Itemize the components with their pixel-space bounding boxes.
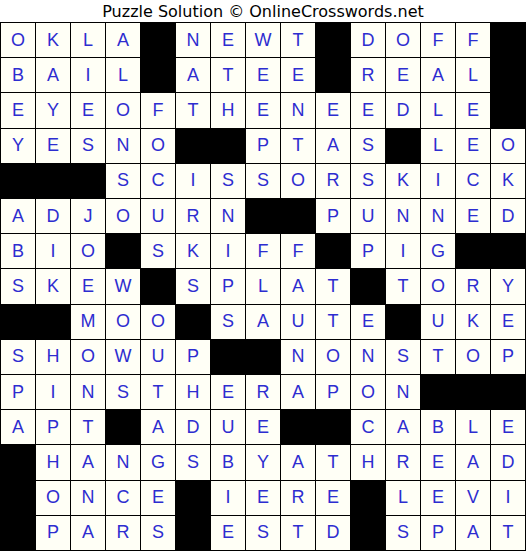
cell-r10c14: O <box>456 340 490 374</box>
cell-r7c3: O <box>71 234 105 268</box>
cell-r8c15: Y <box>491 269 525 303</box>
cell-r14c7: I <box>211 481 245 515</box>
cell-r7c12: I <box>386 234 420 268</box>
cell-r1c3: L <box>71 23 105 57</box>
cell-r4c13: L <box>421 129 455 163</box>
block-r6c8 <box>246 199 280 233</box>
cell-r11c5: T <box>141 375 175 409</box>
cell-r3c7: H <box>211 93 245 127</box>
cell-r12c13: B <box>421 410 455 444</box>
cell-r13c14: A <box>456 445 490 479</box>
cell-r14c14: V <box>456 481 490 515</box>
cell-r6c13: N <box>421 199 455 233</box>
cell-r6c5: U <box>141 199 175 233</box>
cell-r10c11: N <box>351 340 385 374</box>
cell-r6c14: E <box>456 199 490 233</box>
block-r2c5 <box>141 58 175 92</box>
cell-r15c15: T <box>491 516 525 550</box>
cell-r6c7: N <box>211 199 245 233</box>
cell-r4c8: P <box>246 129 280 163</box>
cell-r9c3: M <box>71 305 105 339</box>
block-r13c1 <box>1 445 35 479</box>
cell-r15c12: S <box>386 516 420 550</box>
cell-r11c9: A <box>281 375 315 409</box>
block-r5c1 <box>1 164 35 198</box>
cell-r15c7: E <box>211 516 245 550</box>
cell-r13c4: N <box>106 445 140 479</box>
cell-r8c4: W <box>106 269 140 303</box>
block-r6c9 <box>281 199 315 233</box>
cell-r8c13: O <box>421 269 455 303</box>
cell-r3c2: Y <box>36 93 70 127</box>
cell-r12c12: A <box>386 410 420 444</box>
cell-r4c3: S <box>71 129 105 163</box>
cell-r10c12: S <box>386 340 420 374</box>
cell-r13c15: D <box>491 445 525 479</box>
block-r11c14 <box>456 375 490 409</box>
cell-r7c11: P <box>351 234 385 268</box>
cell-r14c4: C <box>106 481 140 515</box>
cell-r12c1: A <box>1 410 35 444</box>
cell-r10c15: P <box>491 340 525 374</box>
cell-r5c6: I <box>176 164 210 198</box>
cell-r3c3: E <box>71 93 105 127</box>
cell-r8c7: P <box>211 269 245 303</box>
cell-r9c7: S <box>211 305 245 339</box>
block-r12c9 <box>281 410 315 444</box>
cell-r1c9: T <box>281 23 315 57</box>
cell-r11c6: H <box>176 375 210 409</box>
cell-r8c9: A <box>281 269 315 303</box>
block-r4c12 <box>386 129 420 163</box>
cell-r11c8: R <box>246 375 280 409</box>
cell-r9c9: U <box>281 305 315 339</box>
cell-r12c11: C <box>351 410 385 444</box>
cell-r4c14: E <box>456 129 490 163</box>
cell-r6c12: N <box>386 199 420 233</box>
cell-r14c2: O <box>36 481 70 515</box>
cell-r14c3: N <box>71 481 105 515</box>
cell-r13c13: E <box>421 445 455 479</box>
cell-r9c10: T <box>316 305 350 339</box>
cell-r12c7: U <box>211 410 245 444</box>
cell-r2c11: R <box>351 58 385 92</box>
block-r15c1 <box>1 516 35 550</box>
cell-r13c2: H <box>36 445 70 479</box>
cell-r3c5: F <box>141 93 175 127</box>
cell-r12c5: A <box>141 410 175 444</box>
cell-r15c14: A <box>456 516 490 550</box>
cell-r5c13: I <box>421 164 455 198</box>
cell-r7c6: K <box>176 234 210 268</box>
cell-r4c4: N <box>106 129 140 163</box>
cell-r8c2: K <box>36 269 70 303</box>
cell-r2c8: E <box>246 58 280 92</box>
cell-r6c4: O <box>106 199 140 233</box>
cell-r15c10: D <box>316 516 350 550</box>
cell-r1c4: A <box>106 23 140 57</box>
cell-r13c10: T <box>316 445 350 479</box>
cell-r4c2: E <box>36 129 70 163</box>
block-r1c15 <box>491 23 525 57</box>
cell-r4c5: O <box>141 129 175 163</box>
cell-r13c3: A <box>71 445 105 479</box>
block-r8c11 <box>351 269 385 303</box>
cell-r6c11: U <box>351 199 385 233</box>
cell-r6c6: R <box>176 199 210 233</box>
block-r9c2 <box>36 305 70 339</box>
cell-r2c13: A <box>421 58 455 92</box>
cell-r8c6: S <box>176 269 210 303</box>
block-r10c7 <box>211 340 245 374</box>
block-r14c1 <box>1 481 35 515</box>
cell-r3c4: O <box>106 93 140 127</box>
cell-r7c1: B <box>1 234 35 268</box>
cell-r12c2: P <box>36 410 70 444</box>
cell-r7c13: G <box>421 234 455 268</box>
cell-r10c9: N <box>281 340 315 374</box>
block-r14c6 <box>176 481 210 515</box>
cell-r5c9: O <box>281 164 315 198</box>
cell-r10c10: O <box>316 340 350 374</box>
cell-r14c13: E <box>421 481 455 515</box>
cell-r12c8: E <box>246 410 280 444</box>
cell-r11c12: N <box>386 375 420 409</box>
cell-r10c5: U <box>141 340 175 374</box>
crossword-solution-page: Puzzle Solution © OnlineCrosswords.net O… <box>0 0 526 551</box>
cell-r10c4: W <box>106 340 140 374</box>
cell-r12c14: L <box>456 410 490 444</box>
block-r11c13 <box>421 375 455 409</box>
cell-r1c8: W <box>246 23 280 57</box>
block-r5c3 <box>71 164 105 198</box>
cell-r5c10: R <box>316 164 350 198</box>
block-r7c14 <box>456 234 490 268</box>
cell-r3c10: E <box>316 93 350 127</box>
cell-r7c5: S <box>141 234 175 268</box>
cell-r1c7: E <box>211 23 245 57</box>
cell-r7c9: F <box>281 234 315 268</box>
cell-r15c3: A <box>71 516 105 550</box>
block-r7c4 <box>106 234 140 268</box>
cell-r10c6: P <box>176 340 210 374</box>
cell-r2c2: A <box>36 58 70 92</box>
cell-r3c12: D <box>386 93 420 127</box>
cell-r7c8: F <box>246 234 280 268</box>
cell-r14c15: I <box>491 481 525 515</box>
cell-r5c7: S <box>211 164 245 198</box>
cell-r15c4: R <box>106 516 140 550</box>
cell-r15c9: T <box>281 516 315 550</box>
cell-r12c3: T <box>71 410 105 444</box>
cell-r4c10: A <box>316 129 350 163</box>
cell-r5c8: S <box>246 164 280 198</box>
block-r12c10 <box>316 410 350 444</box>
cell-r4c15: O <box>491 129 525 163</box>
cell-r3c9: N <box>281 93 315 127</box>
block-r9c1 <box>1 305 35 339</box>
cell-r11c10: P <box>316 375 350 409</box>
cell-r9c4: O <box>106 305 140 339</box>
cell-r3c6: T <box>176 93 210 127</box>
block-r11c15 <box>491 375 525 409</box>
cell-r13c7: B <box>211 445 245 479</box>
cell-r1c11: D <box>351 23 385 57</box>
block-r12c4 <box>106 410 140 444</box>
cell-r5c15: K <box>491 164 525 198</box>
cell-r8c3: E <box>71 269 105 303</box>
cell-r14c12: L <box>386 481 420 515</box>
block-r4c6 <box>176 129 210 163</box>
cell-r5c5: C <box>141 164 175 198</box>
cell-r4c9: T <box>281 129 315 163</box>
block-r3c15 <box>491 93 525 127</box>
cell-r12c6: D <box>176 410 210 444</box>
cell-r14c5: E <box>141 481 175 515</box>
block-r4c7 <box>211 129 245 163</box>
cell-r13c11: H <box>351 445 385 479</box>
cell-r5c11: S <box>351 164 385 198</box>
block-r2c10 <box>316 58 350 92</box>
cell-r12c15: E <box>491 410 525 444</box>
cell-r11c2: I <box>36 375 70 409</box>
cell-r2c7: T <box>211 58 245 92</box>
cell-r9c8: A <box>246 305 280 339</box>
cell-r9c13: U <box>421 305 455 339</box>
cell-r9c15: E <box>491 305 525 339</box>
cell-r2c6: A <box>176 58 210 92</box>
cell-r2c14: L <box>456 58 490 92</box>
cell-r9c14: K <box>456 305 490 339</box>
cell-r6c10: P <box>316 199 350 233</box>
cell-r14c10: E <box>316 481 350 515</box>
cell-r2c12: E <box>386 58 420 92</box>
cell-r1c12: O <box>386 23 420 57</box>
block-r15c6 <box>176 516 210 550</box>
cell-r2c9: E <box>281 58 315 92</box>
cell-r8c8: L <box>246 269 280 303</box>
cell-r2c1: B <box>1 58 35 92</box>
cell-r10c3: O <box>71 340 105 374</box>
cell-r6c3: J <box>71 199 105 233</box>
block-r1c10 <box>316 23 350 57</box>
cell-r10c2: H <box>36 340 70 374</box>
cell-r14c8: E <box>246 481 280 515</box>
cell-r9c5: O <box>141 305 175 339</box>
cell-r15c13: P <box>421 516 455 550</box>
cell-r5c4: S <box>106 164 140 198</box>
cell-r11c4: S <box>106 375 140 409</box>
cell-r14c9: R <box>281 481 315 515</box>
cell-r9c11: E <box>351 305 385 339</box>
cell-r5c12: K <box>386 164 420 198</box>
cell-r10c1: S <box>1 340 35 374</box>
cell-r3c13: L <box>421 93 455 127</box>
cell-r2c4: L <box>106 58 140 92</box>
cell-r10c13: T <box>421 340 455 374</box>
block-r2c15 <box>491 58 525 92</box>
block-r5c2 <box>36 164 70 198</box>
cell-r8c1: S <box>1 269 35 303</box>
cell-r7c7: I <box>211 234 245 268</box>
cell-r1c6: N <box>176 23 210 57</box>
crossword-grid: OKLANEWTDOFFBAILATEEREALEYEOFTHENEEDLEYE… <box>0 22 526 551</box>
block-r8c5 <box>141 269 175 303</box>
cell-r1c1: O <box>1 23 35 57</box>
cell-r8c14: R <box>456 269 490 303</box>
cell-r1c2: K <box>36 23 70 57</box>
cell-r4c1: Y <box>1 129 35 163</box>
cell-r3c8: E <box>246 93 280 127</box>
cell-r4c11: S <box>351 129 385 163</box>
block-r15c11 <box>351 516 385 550</box>
block-r9c6 <box>176 305 210 339</box>
block-r10c8 <box>246 340 280 374</box>
cell-r3c1: E <box>1 93 35 127</box>
cell-r3c14: E <box>456 93 490 127</box>
cell-r6c15: D <box>491 199 525 233</box>
cell-r13c9: A <box>281 445 315 479</box>
cell-r11c11: O <box>351 375 385 409</box>
cell-r8c12: T <box>386 269 420 303</box>
block-r7c10 <box>316 234 350 268</box>
cell-r13c12: R <box>386 445 420 479</box>
cell-r1c13: F <box>421 23 455 57</box>
cell-r13c8: Y <box>246 445 280 479</box>
cell-r11c7: E <box>211 375 245 409</box>
cell-r15c5: S <box>141 516 175 550</box>
block-r7c15 <box>491 234 525 268</box>
cell-r7c2: I <box>36 234 70 268</box>
cell-r5c14: C <box>456 164 490 198</box>
page-title: Puzzle Solution © OnlineCrosswords.net <box>0 0 526 22</box>
cell-r11c1: P <box>1 375 35 409</box>
block-r14c11 <box>351 481 385 515</box>
cell-r15c2: P <box>36 516 70 550</box>
cell-r8c10: T <box>316 269 350 303</box>
block-r1c5 <box>141 23 175 57</box>
cell-r13c5: G <box>141 445 175 479</box>
cell-r15c8: S <box>246 516 280 550</box>
cell-r13c6: S <box>176 445 210 479</box>
cell-r1c14: F <box>456 23 490 57</box>
cell-r2c3: I <box>71 58 105 92</box>
cell-r6c1: A <box>1 199 35 233</box>
cell-r3c11: E <box>351 93 385 127</box>
block-r9c12 <box>386 305 420 339</box>
cell-r6c2: D <box>36 199 70 233</box>
cell-r11c3: N <box>71 375 105 409</box>
